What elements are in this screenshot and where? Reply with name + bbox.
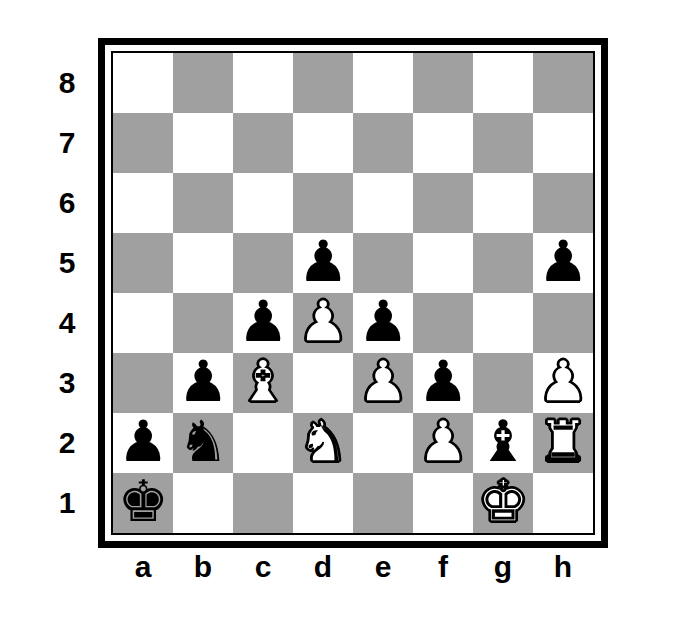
square-g6[interactable] (473, 173, 533, 233)
file-label-c: c (233, 550, 293, 584)
file-label-b: b (173, 550, 233, 584)
square-b4[interactable] (173, 293, 233, 353)
board-grid: ♟♟♟♟♟♟♝♟♟♟♟♞♞♟♝♜♚♚ (113, 53, 593, 533)
chess-diagram: 87654321 ♟♟♟♟♟♟♝♟♟♟♟♞♞♟♝♜♚♚ abcdefgh (0, 0, 700, 623)
black-pawn: ♟ (297, 233, 348, 290)
square-c8[interactable] (233, 53, 293, 113)
square-b8[interactable] (173, 53, 233, 113)
square-c4[interactable]: ♟ (233, 293, 293, 353)
black-pawn: ♟ (417, 353, 468, 410)
square-f7[interactable] (413, 113, 473, 173)
black-pawn: ♟ (237, 293, 288, 350)
square-f1[interactable] (413, 473, 473, 533)
square-a2[interactable]: ♟ (113, 413, 173, 473)
square-a1[interactable]: ♚ (113, 473, 173, 533)
file-labels: abcdefgh (113, 550, 593, 584)
square-g2[interactable]: ♝ (473, 413, 533, 473)
black-pawn: ♟ (537, 233, 588, 290)
white-pawn: ♟ (537, 353, 588, 410)
rank-labels: 87654321 (46, 53, 88, 533)
square-a8[interactable] (113, 53, 173, 113)
white-knight: ♞ (297, 413, 348, 470)
file-label-f: f (413, 550, 473, 584)
square-f6[interactable] (413, 173, 473, 233)
white-king: ♚ (477, 473, 528, 530)
square-h4[interactable] (533, 293, 593, 353)
square-e7[interactable] (353, 113, 413, 173)
square-d4[interactable]: ♟ (293, 293, 353, 353)
file-label-e: e (353, 550, 413, 584)
white-pawn: ♟ (357, 353, 408, 410)
square-g8[interactable] (473, 53, 533, 113)
square-d8[interactable] (293, 53, 353, 113)
square-e3[interactable]: ♟ (353, 353, 413, 413)
black-knight: ♞ (177, 413, 228, 470)
file-label-a: a (113, 550, 173, 584)
square-c6[interactable] (233, 173, 293, 233)
square-h3[interactable]: ♟ (533, 353, 593, 413)
square-a4[interactable] (113, 293, 173, 353)
rank-label-8: 8 (46, 53, 88, 113)
square-b3[interactable]: ♟ (173, 353, 233, 413)
black-pawn: ♟ (117, 413, 168, 470)
square-b5[interactable] (173, 233, 233, 293)
square-d1[interactable] (293, 473, 353, 533)
square-a5[interactable] (113, 233, 173, 293)
square-e4[interactable]: ♟ (353, 293, 413, 353)
square-g7[interactable] (473, 113, 533, 173)
square-c2[interactable] (233, 413, 293, 473)
black-pawn: ♟ (177, 353, 228, 410)
square-c5[interactable] (233, 233, 293, 293)
square-h5[interactable]: ♟ (533, 233, 593, 293)
white-pawn: ♟ (297, 293, 348, 350)
square-h7[interactable] (533, 113, 593, 173)
square-f5[interactable] (413, 233, 473, 293)
square-d2[interactable]: ♞ (293, 413, 353, 473)
black-pawn: ♟ (357, 293, 408, 350)
white-bishop: ♝ (237, 353, 288, 410)
white-pawn: ♟ (417, 413, 468, 470)
square-g1[interactable]: ♚ (473, 473, 533, 533)
file-label-h: h (533, 550, 593, 584)
square-c3[interactable]: ♝ (233, 353, 293, 413)
board-frame: ♟♟♟♟♟♟♝♟♟♟♟♞♞♟♝♜♚♚ (98, 38, 608, 548)
square-a3[interactable] (113, 353, 173, 413)
rank-label-6: 6 (46, 173, 88, 233)
square-a6[interactable] (113, 173, 173, 233)
square-g5[interactable] (473, 233, 533, 293)
square-b1[interactable] (173, 473, 233, 533)
square-a7[interactable] (113, 113, 173, 173)
square-b2[interactable]: ♞ (173, 413, 233, 473)
square-h8[interactable] (533, 53, 593, 113)
square-e8[interactable] (353, 53, 413, 113)
square-d6[interactable] (293, 173, 353, 233)
square-g3[interactable] (473, 353, 533, 413)
rank-label-7: 7 (46, 113, 88, 173)
square-h6[interactable] (533, 173, 593, 233)
square-e2[interactable] (353, 413, 413, 473)
square-d7[interactable] (293, 113, 353, 173)
square-f2[interactable]: ♟ (413, 413, 473, 473)
file-label-g: g (473, 550, 533, 584)
square-e1[interactable] (353, 473, 413, 533)
square-d3[interactable] (293, 353, 353, 413)
chessboard: ♟♟♟♟♟♟♝♟♟♟♟♞♞♟♝♜♚♚ (111, 51, 595, 535)
black-bishop: ♝ (477, 413, 528, 470)
square-b7[interactable] (173, 113, 233, 173)
square-e5[interactable] (353, 233, 413, 293)
rank-label-1: 1 (46, 473, 88, 533)
square-d5[interactable]: ♟ (293, 233, 353, 293)
file-label-d: d (293, 550, 353, 584)
rank-label-5: 5 (46, 233, 88, 293)
white-rook: ♜ (537, 413, 588, 470)
rank-label-4: 4 (46, 293, 88, 353)
square-c7[interactable] (233, 113, 293, 173)
square-e6[interactable] (353, 173, 413, 233)
square-h1[interactable] (533, 473, 593, 533)
square-c1[interactable] (233, 473, 293, 533)
square-f4[interactable] (413, 293, 473, 353)
square-f8[interactable] (413, 53, 473, 113)
square-b6[interactable] (173, 173, 233, 233)
square-h2[interactable]: ♜ (533, 413, 593, 473)
square-g4[interactable] (473, 293, 533, 353)
black-king: ♚ (117, 473, 168, 530)
square-f3[interactable]: ♟ (413, 353, 473, 413)
rank-label-3: 3 (46, 353, 88, 413)
rank-label-2: 2 (46, 413, 88, 473)
